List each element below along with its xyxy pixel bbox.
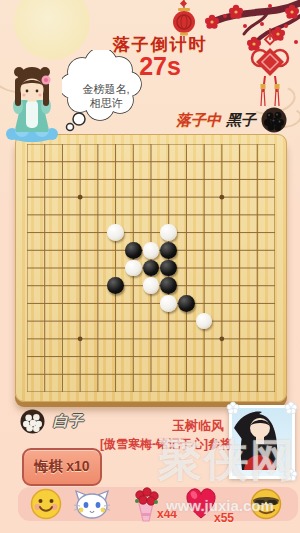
white-stone [143, 277, 160, 294]
white-stone [107, 224, 124, 241]
watermark-site-name: 聚侠网 [158, 434, 300, 487]
white-stones-bowl-icon [20, 409, 45, 434]
cat-face-icon[interactable] [74, 489, 110, 519]
white-player-indicator: 白子 [20, 409, 83, 434]
plum-flower-icon [284, 401, 298, 415]
white-piece-label: 白子 [53, 412, 83, 431]
turn-label: 落子中 [176, 111, 221, 130]
white-stone [125, 260, 142, 277]
anime-girl-character [0, 50, 64, 142]
undo-move-button[interactable]: 悔棋 x10 [22, 448, 102, 486]
board[interactable] [15, 134, 287, 402]
black-stones-bowl-icon [261, 107, 287, 133]
black-stone [125, 242, 142, 259]
white-stone [160, 224, 177, 241]
player-name: 玉树临风 [84, 417, 224, 435]
turn-indicator: 落子中 黑子 [176, 107, 287, 133]
smiley-face-icon[interactable] [30, 488, 62, 520]
chinese-knot-decoration [248, 28, 292, 108]
black-stone [160, 260, 177, 277]
speech-bubble-line1: 金榜题名, [76, 82, 136, 96]
undo-button-label: 悔棋 x10 [34, 458, 89, 476]
plum-flower-icon [226, 401, 240, 415]
white-stone [143, 242, 160, 259]
black-stone [160, 277, 177, 294]
speech-bubble-line2: 相思许 [76, 96, 136, 110]
turn-piece-label: 黑子 [226, 111, 256, 130]
black-stone [107, 277, 124, 294]
black-stone [160, 242, 177, 259]
game-screen: 金榜题名, 相思许 落子倒计时 27s 落子中 黑子 白子 玉树临风 [傲雪寒梅… [0, 0, 300, 533]
white-stone [160, 295, 177, 312]
speech-bubble-text: 金榜题名, 相思许 [76, 82, 136, 110]
watermark-site-url: www.juxia.com [166, 497, 274, 514]
lantern-decoration [164, 0, 204, 44]
black-stone [178, 295, 195, 312]
